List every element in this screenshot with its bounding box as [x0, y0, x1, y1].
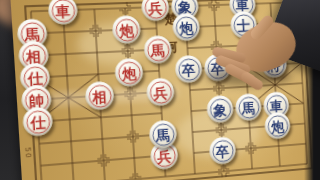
piece-character: 仕 — [30, 114, 46, 130]
piece-character: 馬 — [241, 100, 255, 115]
piece-character: 帥 — [28, 92, 44, 108]
piece-character: 卒 — [181, 62, 195, 77]
piece-character: 象 — [213, 102, 227, 117]
piece-character: 兵 — [153, 85, 168, 100]
piece-character: 炮 — [271, 118, 285, 133]
piece-character: 相 — [92, 88, 107, 103]
piece-character: 炮 — [121, 65, 136, 80]
piece-character: 相 — [26, 48, 42, 63]
piece-character: 仕 — [27, 70, 43, 86]
piece-character: 兵 — [157, 148, 172, 163]
piece-character: 車 — [55, 3, 71, 18]
piece-character: 馬 — [24, 26, 40, 41]
board-corner-label: 50 — [24, 147, 33, 159]
piece-character: 卒 — [215, 143, 229, 158]
piece-character: 馬 — [156, 127, 171, 142]
piece-character: 車 — [269, 98, 283, 112]
dark-edge-right — [304, 58, 320, 180]
piece-character: 兵 — [148, 0, 163, 14]
piece-character: 車 — [235, 0, 249, 11]
piece-character: 馬 — [150, 42, 165, 57]
photo-stage: 楚 河 50 車兵馬炮相馬仕炮帥兵仕相兵象車炮士卒卒將象馬車馬炮卒 — [0, 0, 320, 180]
piece-character: 炮 — [119, 22, 134, 37]
piece-character: 象 — [178, 0, 193, 13]
piece-character: 炮 — [179, 20, 194, 35]
